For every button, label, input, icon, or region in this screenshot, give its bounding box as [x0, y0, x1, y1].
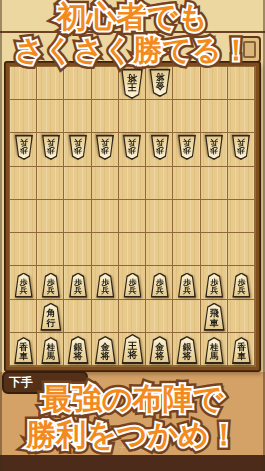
- board-cell[interactable]: 金将: [146, 333, 173, 366]
- board-cell[interactable]: 歩兵: [10, 266, 37, 299]
- shogi-piece-sente[interactable]: 歩兵: [150, 273, 169, 298]
- board-cell[interactable]: 桂馬: [201, 333, 228, 366]
- board-cell[interactable]: [92, 100, 119, 133]
- board-cell[interactable]: [10, 200, 37, 233]
- board-cell[interactable]: [146, 233, 173, 266]
- board-cell[interactable]: [64, 200, 91, 233]
- left-edge-shade: [0, 0, 2, 471]
- shogi-piece-gote[interactable]: 金将: [149, 69, 171, 97]
- board-cell[interactable]: [146, 300, 173, 333]
- board-cell[interactable]: [10, 300, 37, 333]
- opponent-piece-tray: [238, 36, 261, 63]
- shogi-piece-gote[interactable]: 歩兵: [205, 135, 224, 160]
- board-cell[interactable]: 歩兵: [37, 133, 64, 166]
- board-cell[interactable]: 歩兵: [92, 133, 119, 166]
- shogi-piece-sente[interactable]: 銀将: [67, 336, 89, 364]
- board-cell[interactable]: [37, 233, 64, 266]
- board-cell[interactable]: [201, 67, 228, 100]
- board-cell[interactable]: [228, 167, 255, 200]
- shogi-piece-sente[interactable]: 角行: [40, 303, 62, 331]
- footer-band: [0, 455, 265, 471]
- board-cell[interactable]: [173, 233, 200, 266]
- board-cell[interactable]: 飛車: [201, 300, 228, 333]
- shogi-piece-gote[interactable]: 歩兵: [14, 135, 33, 160]
- board-cell[interactable]: [228, 200, 255, 233]
- board-cell[interactable]: 歩兵: [173, 266, 200, 299]
- shogi-piece-sente[interactable]: 金将: [94, 336, 116, 364]
- opponent-piece-tray-inner: [243, 41, 256, 58]
- shogi-piece-sente[interactable]: 歩兵: [177, 273, 196, 298]
- board-cell[interactable]: [146, 100, 173, 133]
- board-cell[interactable]: [146, 167, 173, 200]
- app-screen: 王将金将歩兵歩兵歩兵歩兵歩兵歩兵歩兵歩兵歩兵歩兵歩兵歩兵歩兵歩兵歩兵歩兵歩兵歩兵…: [0, 0, 265, 471]
- shogi-piece-sente[interactable]: 香車: [231, 337, 251, 364]
- board-cell[interactable]: [119, 167, 146, 200]
- board-cell[interactable]: [173, 200, 200, 233]
- board-cell[interactable]: [92, 200, 119, 233]
- board-cell[interactable]: 歩兵: [201, 266, 228, 299]
- board-cell[interactable]: 角行: [37, 300, 64, 333]
- board-cell[interactable]: [173, 100, 200, 133]
- board-cell[interactable]: 銀将: [173, 333, 200, 366]
- shogi-piece-sente[interactable]: 歩兵: [41, 273, 60, 298]
- board-cell[interactable]: [228, 300, 255, 333]
- board-cell[interactable]: 歩兵: [10, 133, 37, 166]
- board-cell[interactable]: 桂馬: [37, 333, 64, 366]
- shogi-board[interactable]: 王将金将歩兵歩兵歩兵歩兵歩兵歩兵歩兵歩兵歩兵歩兵歩兵歩兵歩兵歩兵歩兵歩兵歩兵歩兵…: [9, 66, 256, 367]
- shogi-piece-sente[interactable]: 歩兵: [123, 273, 142, 298]
- board-cell[interactable]: [119, 200, 146, 233]
- shogi-piece-sente[interactable]: 歩兵: [232, 273, 251, 298]
- board-cell[interactable]: [92, 300, 119, 333]
- shogi-piece-gote[interactable]: 歩兵: [150, 135, 169, 160]
- board-cell[interactable]: [228, 233, 255, 266]
- shogi-piece-sente[interactable]: 金将: [149, 336, 171, 364]
- board-cell[interactable]: 歩兵: [64, 133, 91, 166]
- ad-banner-placeholder[interactable]: バナー広告: [0, 443, 265, 454]
- board-cell[interactable]: 歩兵: [119, 133, 146, 166]
- board-cell[interactable]: [119, 233, 146, 266]
- board-cell[interactable]: 王将: [119, 333, 146, 366]
- board-cell[interactable]: [92, 167, 119, 200]
- board-cell[interactable]: [173, 167, 200, 200]
- board-cell[interactable]: 歩兵: [64, 266, 91, 299]
- board-cell[interactable]: [64, 67, 91, 100]
- shogi-piece-sente[interactable]: 歩兵: [96, 273, 115, 298]
- shogi-piece-gote[interactable]: 歩兵: [123, 135, 142, 160]
- board-cell[interactable]: [201, 200, 228, 233]
- board-cell[interactable]: [92, 233, 119, 266]
- shogi-piece-gote[interactable]: 歩兵: [232, 135, 251, 160]
- board-cell[interactable]: [64, 300, 91, 333]
- shogi-piece-sente[interactable]: 桂馬: [204, 337, 224, 364]
- shogi-piece-sente[interactable]: 歩兵: [14, 273, 33, 298]
- board-cell[interactable]: [10, 67, 37, 100]
- right-edge-shade: [263, 0, 265, 471]
- board-cell[interactable]: 歩兵: [173, 133, 200, 166]
- top-divider-line: [0, 31, 265, 33]
- shogi-piece-sente[interactable]: 香車: [14, 337, 34, 364]
- shogi-piece-gote[interactable]: 歩兵: [177, 135, 196, 160]
- board-cell[interactable]: [201, 233, 228, 266]
- shogi-piece-sente[interactable]: 銀将: [176, 336, 198, 364]
- board-cell[interactable]: 香車: [228, 333, 255, 366]
- shogi-piece-gote[interactable]: 歩兵: [69, 135, 88, 160]
- board-cell[interactable]: 香車: [10, 333, 37, 366]
- board-cell[interactable]: 歩兵: [37, 266, 64, 299]
- shitate-label: 下手: [9, 375, 33, 389]
- board-cell[interactable]: [37, 200, 64, 233]
- board-cell[interactable]: [201, 167, 228, 200]
- board-cell[interactable]: [37, 167, 64, 200]
- board-cell[interactable]: [64, 167, 91, 200]
- shogi-piece-sente[interactable]: 王将: [121, 334, 144, 364]
- shogi-piece-gote[interactable]: 王将: [121, 69, 144, 99]
- board-cell[interactable]: [10, 167, 37, 200]
- shitate-nameplate: 下手: [2, 371, 88, 394]
- board-cell[interactable]: 歩兵: [146, 133, 173, 166]
- board-cell[interactable]: [37, 67, 64, 100]
- board-cell[interactable]: 歩兵: [119, 266, 146, 299]
- board-cell[interactable]: [37, 100, 64, 133]
- board-cell[interactable]: 歩兵: [228, 133, 255, 166]
- board-cell[interactable]: [10, 100, 37, 133]
- board-cell[interactable]: 歩兵: [201, 133, 228, 166]
- shogi-piece-sente[interactable]: 歩兵: [69, 273, 88, 298]
- board-cell[interactable]: [10, 233, 37, 266]
- board-cell[interactable]: 王将: [119, 67, 146, 100]
- board-cell[interactable]: [64, 100, 91, 133]
- shogi-piece-gote[interactable]: 歩兵: [96, 135, 115, 160]
- board-cell[interactable]: [173, 300, 200, 333]
- shogi-piece-sente[interactable]: 歩兵: [205, 273, 224, 298]
- shogi-piece-gote[interactable]: 歩兵: [41, 135, 60, 160]
- board-cell[interactable]: 歩兵: [228, 266, 255, 299]
- board-cell[interactable]: [201, 100, 228, 133]
- board-cell[interactable]: 金将: [146, 67, 173, 100]
- board-cell[interactable]: [119, 100, 146, 133]
- board-cell[interactable]: [119, 300, 146, 333]
- shogi-piece-sente[interactable]: 飛車: [203, 303, 225, 331]
- board-cell[interactable]: [228, 100, 255, 133]
- board-cell[interactable]: [92, 67, 119, 100]
- board-cell[interactable]: 歩兵: [146, 266, 173, 299]
- shogi-board-frame: 王将金将歩兵歩兵歩兵歩兵歩兵歩兵歩兵歩兵歩兵歩兵歩兵歩兵歩兵歩兵歩兵歩兵歩兵歩兵…: [5, 62, 260, 371]
- board-cell[interactable]: [228, 67, 255, 100]
- board-cell[interactable]: [173, 67, 200, 100]
- board-cell[interactable]: 銀将: [64, 333, 91, 366]
- board-cell[interactable]: 金将: [92, 333, 119, 366]
- board-cell[interactable]: [64, 233, 91, 266]
- board-cell[interactable]: [146, 200, 173, 233]
- shogi-piece-sente[interactable]: 桂馬: [41, 337, 61, 364]
- board-cell[interactable]: 歩兵: [92, 266, 119, 299]
